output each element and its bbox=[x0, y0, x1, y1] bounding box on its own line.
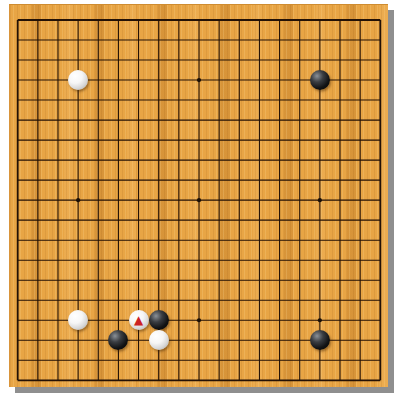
last-move-triangle-icon: ▲ bbox=[134, 314, 143, 326]
stone-white-G4: ▲ bbox=[129, 310, 149, 330]
stone-white-D16 bbox=[68, 70, 88, 90]
go-board[interactable]: ▲ bbox=[9, 4, 388, 387]
stone-white-D4 bbox=[68, 310, 88, 330]
page-background: ▲ bbox=[0, 0, 400, 400]
stone-black-Q16 bbox=[310, 70, 330, 90]
stones-layer: ▲ bbox=[8, 10, 391, 390]
stone-black-H4 bbox=[149, 310, 169, 330]
stone-white-H3 bbox=[149, 330, 169, 350]
stone-black-F3 bbox=[108, 330, 128, 350]
stone-black-Q3 bbox=[310, 330, 330, 350]
